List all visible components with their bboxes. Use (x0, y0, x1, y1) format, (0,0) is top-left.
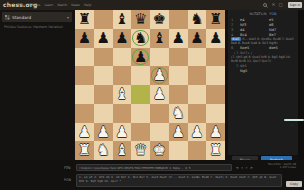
black-king-e8[interactable]: ♚ (150, 10, 169, 29)
square-f5[interactable] (169, 66, 188, 85)
white-pawn-c2[interactable]: ♟ (113, 123, 132, 142)
square-b2[interactable]: ♟ (94, 123, 113, 142)
black-pawn-h7[interactable]: ♟ (206, 29, 225, 48)
square-f8[interactable] (169, 10, 188, 29)
variation-line-2[interactable]: (7. Qh5 g6 8. Qxe5 Nf6 9. Bg5 Rg8 10. Bx… (231, 55, 295, 63)
square-c7[interactable]: ♟ (113, 29, 132, 48)
black-pawn-b7[interactable]: ♟ (94, 29, 113, 48)
square-d1[interactable]: ♛ (131, 141, 150, 160)
square-g3[interactable] (188, 104, 207, 123)
pgn-label: PGN (64, 178, 71, 182)
black-rook-h8[interactable]: ♜ (206, 10, 225, 29)
square-e3[interactable] (150, 104, 169, 123)
square-b3[interactable] (94, 104, 113, 123)
engine-line-2: 1.2M nodes (260, 166, 296, 169)
square-a2[interactable]: ♟ (75, 123, 94, 142)
black-bishop-c8[interactable]: ♝ (113, 10, 132, 29)
engine-status: Stockfish · depth 18 1.2M nodes (260, 163, 296, 170)
square-d3[interactable] (131, 104, 150, 123)
square-d4[interactable] (131, 85, 150, 104)
square-a5[interactable] (75, 66, 94, 85)
square-e1[interactable]: ♚ (150, 141, 169, 160)
square-h2[interactable]: ♟ (206, 123, 225, 142)
board-grid-icon (5, 15, 10, 20)
white-knight-b1[interactable]: ♞ (94, 141, 113, 160)
move-number: 6 (231, 46, 240, 50)
variation-line-3[interactable]: 7. Qh5 (236, 64, 247, 68)
black-pawn-f7[interactable]: ♟ (169, 29, 188, 48)
right-column-caption: ··· (290, 123, 293, 127)
last-move-button[interactable]: » (250, 164, 253, 171)
variation-line-1[interactable]: dxe5 (5... dxe5 6. Qxd8+ Bxd8 7. Nxe5 Be… (231, 37, 295, 45)
black-pawn-d6[interactable]: ♟ (131, 48, 150, 67)
white-move[interactable]: Nxe5 (240, 46, 269, 50)
pgn-link[interactable]: PGN (269, 12, 276, 16)
move-row-2: 2Nf3d6 (231, 23, 295, 27)
nav-item-watch[interactable]: Watch (57, 3, 67, 7)
variation-1-text: (5... dxe5 6. Qxd8+ Bxd8 7. Nxe5 Be6 8. … (231, 37, 294, 45)
notation-header-label: NOTATION (250, 12, 267, 16)
white-rook-a1[interactable]: ♜ (75, 141, 94, 160)
black-pawn-c7[interactable]: ♟ (113, 29, 132, 48)
square-a8[interactable]: ♜ (75, 10, 94, 29)
square-f3[interactable]: ♞ (169, 104, 188, 123)
square-b5[interactable] (94, 66, 113, 85)
close-icon[interactable]: × (272, 2, 276, 8)
square-f6[interactable] (169, 48, 188, 67)
black-rook-a8[interactable]: ♜ (75, 10, 94, 29)
square-c8[interactable]: ♝ (113, 10, 132, 29)
move-number: 1 (231, 18, 240, 22)
white-pawn-h2[interactable]: ♟ (206, 123, 225, 142)
game-mode-label: Standard (12, 15, 65, 20)
square-e4[interactable]: ♟ (150, 85, 169, 104)
square-d5[interactable] (131, 66, 150, 85)
square-c5[interactable] (113, 66, 132, 85)
square-h6[interactable] (206, 48, 225, 67)
square-e8[interactable]: ♚ (150, 10, 169, 29)
black-pawn-g7[interactable]: ♟ (188, 29, 207, 48)
square-f7[interactable]: ♟ (169, 29, 188, 48)
square-h5[interactable] (206, 66, 225, 85)
white-king-e1[interactable]: ♚ (150, 141, 169, 160)
last-move-token[interactable]: Ng5 (240, 69, 247, 73)
fen-input[interactable] (76, 164, 232, 171)
square-h3[interactable] (206, 104, 225, 123)
white-pawn-e4[interactable]: ♟ (150, 85, 169, 104)
white-knight-f3[interactable]: ♞ (169, 104, 188, 123)
square-c1[interactable]: ♝ (113, 141, 132, 160)
square-c2[interactable]: ♟ (113, 123, 132, 142)
white-bishop-c1[interactable]: ♝ (113, 141, 132, 160)
square-g6[interactable] (188, 48, 207, 67)
square-a3[interactable] (75, 104, 94, 123)
square-a4[interactable] (75, 85, 94, 104)
teal-divider (284, 119, 304, 121)
nav-item-help[interactable]: Help (84, 3, 91, 7)
black-knight-g8[interactable]: ♞ (188, 10, 207, 29)
black-knight-d7[interactable]: ♞ (131, 29, 150, 48)
square-g4[interactable] (188, 85, 207, 104)
white-pawn-b2[interactable]: ♟ (94, 123, 113, 142)
move-row-3: 3d4Nd7 (231, 28, 295, 32)
nav-item-puzzles[interactable]: Puzzles (29, 3, 41, 7)
square-h4[interactable] (206, 85, 225, 104)
square-g1[interactable] (188, 141, 207, 160)
square-a6[interactable] (75, 48, 94, 67)
white-rook-h1[interactable]: ♜ (206, 141, 225, 160)
white-bishop-c4[interactable]: ♝ (113, 85, 132, 104)
nav-item-learn[interactable]: Learn (44, 3, 53, 7)
square-h8[interactable]: ♜ (206, 10, 225, 29)
square-a7[interactable]: ♟ (75, 29, 94, 48)
chevron-down-icon: ▾ (67, 15, 69, 20)
black-queen-d8[interactable]: ♛ (131, 10, 150, 29)
main-nav: PlayPuzzlesLearnWatchNewsHelp (18, 3, 91, 7)
square-g8[interactable]: ♞ (188, 10, 207, 29)
square-e2[interactable] (150, 123, 169, 142)
next-move-button[interactable]: › (246, 164, 248, 171)
white-move[interactable]: d4 (240, 28, 269, 32)
black-move[interactable]: d6 (269, 23, 295, 27)
move-row-1: 1e4e5 (231, 18, 295, 22)
chess-board[interactable]: ♜♝♛♚♞♜♟♟♟♞♝♟♟♟♟♟♝♟♞♟♟♟♟♟♟♜♞♝♛♚♜ (75, 10, 225, 160)
white-pawn-f2[interactable]: ♟ (169, 123, 188, 142)
nav-item-play[interactable]: Play (18, 3, 25, 7)
move-row-6: 6 Nxe5 dxe5 (231, 46, 278, 50)
move-number: 3 (231, 28, 240, 32)
fen-label: FEN (64, 166, 70, 170)
notation-panel-header: NOTATION PGN (228, 12, 298, 16)
square-d2[interactable] (131, 123, 150, 142)
signin-button[interactable]: Sign in (288, 2, 302, 8)
white-pawn-a2[interactable]: ♟ (75, 123, 94, 142)
move-list: 1e4e52Nf3d63d4Nd74Bc4Be7 (231, 18, 295, 37)
square-g7[interactable]: ♟ (188, 29, 207, 48)
square-b6[interactable] (94, 48, 113, 67)
copy-button[interactable]: Copy (286, 181, 302, 187)
notation-panel: NOTATION PGN 1e4e52Nf3d63d4Nd74Bc4Be7 dx… (228, 10, 298, 155)
square-f2[interactable]: ♟ (169, 123, 188, 142)
topbar-icon-group: × □ (263, 2, 283, 8)
white-move[interactable]: Nf3 (240, 23, 269, 27)
square-b8[interactable] (94, 10, 113, 29)
prev-move-button[interactable]: ‹ (241, 164, 243, 171)
playback-controls: «‹›» (236, 164, 253, 171)
square-a1[interactable]: ♜ (75, 141, 94, 160)
square-b1[interactable]: ♞ (94, 141, 113, 160)
panel-icon[interactable]: □ (279, 2, 283, 8)
square-b4[interactable] (94, 85, 113, 104)
game-mode-dropdown[interactable]: Standard ▾ (2, 12, 72, 22)
white-pawn-g2[interactable]: ♟ (188, 123, 207, 142)
square-d6[interactable]: ♟ (131, 48, 150, 67)
white-move[interactable]: e4 (240, 18, 269, 22)
square-e6[interactable] (150, 48, 169, 67)
square-c3[interactable] (113, 104, 132, 123)
square-d7[interactable]: ♞ (131, 29, 150, 48)
square-g2[interactable]: ♟ (188, 123, 207, 142)
square-h7[interactable]: ♟ (206, 29, 225, 48)
white-queen-d1[interactable]: ♛ (131, 141, 150, 160)
square-f1[interactable] (169, 141, 188, 160)
pgn-textarea[interactable]: 1. e4 e5 2. Nf3 d6 3. d4 Nd7 4. Bc4 Be7 … (76, 174, 282, 187)
black-move[interactable]: e5 (269, 18, 295, 22)
square-b7[interactable]: ♟ (94, 29, 113, 48)
black-move[interactable]: Nd7 (269, 28, 295, 32)
square-g5[interactable] (188, 66, 207, 85)
square-e7[interactable]: ♝ (150, 29, 169, 48)
black-pawn-a7[interactable]: ♟ (75, 29, 94, 48)
search-icon[interactable] (263, 3, 268, 8)
square-c4[interactable]: ♝ (113, 85, 132, 104)
nav-item-news[interactable]: News (71, 3, 80, 7)
first-move-button[interactable]: « (236, 164, 239, 171)
square-h1[interactable]: ♜ (206, 141, 225, 160)
move-number: 2 (231, 23, 240, 27)
opening-name: Philidor Defence: Hanham Variation (4, 25, 70, 29)
square-c6[interactable] (113, 48, 132, 67)
white-pawn-e5[interactable]: ♟ (150, 66, 169, 85)
square-e5[interactable]: ♟ (150, 66, 169, 85)
square-d8[interactable]: ♛ (131, 10, 150, 29)
black-move[interactable]: dxe5 (269, 46, 278, 50)
black-bishop-e7[interactable]: ♝ (150, 29, 169, 48)
square-f4[interactable] (169, 85, 188, 104)
